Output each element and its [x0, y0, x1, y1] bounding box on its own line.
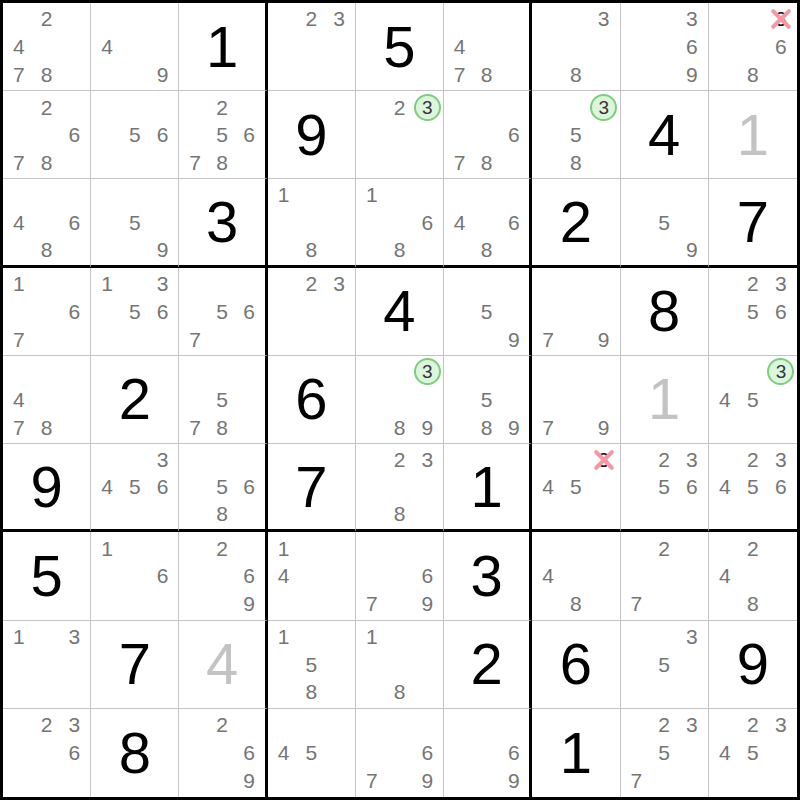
- candidate-digit: 5: [305, 654, 317, 675]
- candidate-position: 8: [209, 500, 236, 527]
- candidate-position: 7: [181, 413, 208, 441]
- cell-r8c2[interactable]: 7: [91, 621, 179, 709]
- candidate-position: 8: [209, 413, 236, 441]
- candidate-position: 5: [473, 386, 500, 414]
- cell-r3c7[interactable]: 2: [532, 179, 620, 267]
- cell-r3c1[interactable]: 468: [3, 179, 91, 267]
- candidate-position: 8: [562, 149, 590, 177]
- candidate-digit: 6: [421, 565, 433, 586]
- candidate-digit: 7: [542, 329, 554, 350]
- candidate-position: 5: [562, 473, 590, 500]
- given-digit: 7: [268, 444, 355, 529]
- candidate-digit: 2: [394, 97, 406, 118]
- candidate-position: 9: [590, 325, 618, 353]
- candidate-grid: 69: [446, 711, 527, 795]
- cell-r4c8[interactable]: 8: [621, 268, 709, 356]
- candidate-position: 3: [678, 711, 706, 739]
- cell-r5c8[interactable]: 1: [621, 356, 709, 444]
- candidate-digit: 5: [570, 124, 582, 145]
- candidate-digit: 8: [481, 239, 493, 260]
- candidate-digit: 6: [421, 212, 433, 233]
- candidate-position: 8: [33, 236, 61, 263]
- candidate-digit-highlighted-circle: 3: [414, 358, 441, 385]
- candidate-digit: 4: [278, 565, 290, 586]
- candidate-position: 6: [149, 562, 177, 590]
- candidate-position: 8: [739, 60, 767, 88]
- cell-r4c7[interactable]: 79: [532, 268, 620, 356]
- candidate-position: 6: [60, 297, 88, 325]
- cell-r6c5[interactable]: 238: [356, 444, 444, 532]
- candidate-position: 7: [623, 590, 651, 618]
- candidate-grid: 23: [270, 5, 353, 88]
- candidate-position: 8: [386, 500, 414, 527]
- candidate-position: 8: [739, 590, 767, 618]
- candidate-digit: 3: [686, 626, 698, 647]
- candidate-position: 6: [767, 297, 795, 325]
- candidate-position: 7: [534, 325, 562, 353]
- candidate-position: 4: [711, 562, 739, 590]
- candidate-digit: 8: [216, 503, 228, 524]
- candidate-position: 6: [413, 562, 441, 590]
- candidate-grid: 567: [181, 270, 262, 353]
- cell-r4c1[interactable]: 167: [3, 268, 91, 356]
- candidate-digit: 2: [216, 97, 228, 118]
- candidate-position: 2: [739, 270, 767, 298]
- cell-r3c6[interactable]: 468: [444, 179, 532, 267]
- candidate-position: 9: [500, 767, 527, 795]
- cell-r4c5[interactable]: 4: [356, 268, 444, 356]
- candidate-position: 6: [236, 473, 263, 500]
- candidate-digit: 7: [631, 770, 643, 791]
- cell-r3c3[interactable]: 3: [179, 179, 267, 267]
- candidate-position: 5: [739, 297, 767, 325]
- candidate-digit: 1: [366, 626, 378, 647]
- given-digit: 3: [444, 532, 529, 619]
- candidate-digit-eliminated-cross: 3: [775, 8, 787, 29]
- candidate-grid: 59: [623, 181, 706, 262]
- candidate-digit: 8: [481, 417, 493, 438]
- candidate-grid: 345: [534, 446, 617, 527]
- candidate-digit: 6: [157, 301, 169, 322]
- candidate-position: 3: [413, 446, 441, 473]
- cell-r9c1[interactable]: 236: [3, 709, 91, 797]
- candidate-digit: 1: [101, 538, 113, 559]
- candidate-position: 2: [297, 270, 325, 298]
- candidate-position: 8: [209, 149, 236, 177]
- candidate-position: 6: [678, 33, 706, 61]
- candidate-digit: 6: [69, 742, 81, 763]
- candidate-position: 2: [739, 534, 767, 562]
- cell-r2c2[interactable]: 56: [91, 91, 179, 179]
- cell-r5c7[interactable]: 79: [532, 356, 620, 444]
- candidate-position: 9: [413, 590, 441, 618]
- candidate-position: 3: [590, 93, 618, 121]
- candidate-position: 4: [446, 33, 473, 61]
- candidate-grid: 248: [711, 534, 795, 617]
- cell-r4c6[interactable]: 59: [444, 268, 532, 356]
- cell-r1c4[interactable]: 23: [268, 3, 356, 91]
- cell-r5c3[interactable]: 578: [179, 356, 267, 444]
- candidate-digit: 5: [129, 124, 141, 145]
- candidate-digit: 4: [542, 565, 554, 586]
- candidate-grid: 478: [5, 358, 88, 441]
- candidate-digit: 8: [394, 417, 406, 438]
- candidate-position: 5: [650, 739, 678, 767]
- candidate-position: 5: [297, 650, 325, 678]
- cell-r4c3[interactable]: 567: [179, 268, 267, 356]
- cell-r7c9[interactable]: 248: [709, 532, 797, 620]
- cell-r3c8[interactable]: 59: [621, 179, 709, 267]
- candidate-digit: 2: [747, 714, 759, 735]
- candidate-digit: 8: [305, 239, 317, 260]
- candidate-digit: 3: [775, 273, 787, 294]
- cell-r1c3[interactable]: 1: [179, 3, 267, 91]
- candidate-digit: 5: [216, 389, 228, 410]
- candidate-position: 1: [93, 534, 121, 562]
- candidate-position: 5: [121, 473, 149, 500]
- candidate-grid: 478: [446, 5, 527, 88]
- candidate-grid: 589: [446, 358, 527, 441]
- candidate-grid: 38: [534, 5, 617, 88]
- cell-r9c5[interactable]: 679: [356, 709, 444, 797]
- cell-r4c4[interactable]: 23: [268, 268, 356, 356]
- candidate-digit: 7: [454, 64, 466, 85]
- candidate-digit: 8: [481, 152, 493, 173]
- candidate-digit: 2: [216, 714, 228, 735]
- cell-r7c3[interactable]: 269: [179, 532, 267, 620]
- candidate-digit: 6: [508, 124, 520, 145]
- cell-r1c9[interactable]: 368: [709, 3, 797, 91]
- cell-r5c6[interactable]: 589: [444, 356, 532, 444]
- cell-r8c6[interactable]: 2: [444, 621, 532, 709]
- candidate-position: 7: [446, 149, 473, 177]
- candidate-digit: 8: [747, 593, 759, 614]
- cell-r1c6[interactable]: 478: [444, 3, 532, 91]
- candidate-position: 8: [386, 413, 414, 441]
- candidate-position: 2: [739, 446, 767, 473]
- candidate-position: 1: [270, 181, 298, 208]
- cell-r7c4[interactable]: 14: [268, 532, 356, 620]
- given-digit: 7: [709, 179, 797, 264]
- candidate-position: 6: [60, 739, 88, 767]
- cell-r8c9[interactable]: 9: [709, 621, 797, 709]
- given-digit: 8: [91, 709, 178, 797]
- candidate-digit: 8: [305, 681, 317, 702]
- given-digit: 5: [3, 532, 90, 619]
- candidate-position: 9: [500, 413, 527, 441]
- candidate-grid: 2356: [623, 446, 706, 527]
- candidate-position: 1: [358, 623, 386, 651]
- candidate-digit: 2: [658, 449, 670, 470]
- candidate-digit: 5: [658, 212, 670, 233]
- candidate-digit: 4: [13, 389, 25, 410]
- candidate-position: 2: [650, 534, 678, 562]
- cell-r8c3[interactable]: 4: [179, 621, 267, 709]
- candidate-position: 6: [236, 739, 263, 767]
- candidate-digit: 6: [686, 476, 698, 497]
- cell-r6c6[interactable]: 1: [444, 444, 532, 532]
- candidate-position: 8: [473, 236, 500, 263]
- candidate-digit: 2: [305, 8, 317, 29]
- cell-r2c3[interactable]: 25678: [179, 91, 267, 179]
- cell-r1c2[interactable]: 49: [91, 3, 179, 91]
- cell-r8c4[interactable]: 158: [268, 621, 356, 709]
- cell-r4c2[interactable]: 1356: [91, 268, 179, 356]
- cell-r1c8[interactable]: 369: [621, 3, 709, 91]
- cell-r1c5[interactable]: 5: [356, 3, 444, 91]
- candidate-digit: 9: [686, 239, 698, 260]
- candidate-position: 4: [93, 473, 121, 500]
- candidate-digit: 3: [686, 714, 698, 735]
- candidate-digit: 2: [394, 449, 406, 470]
- candidate-digit-highlighted-circle: 3: [590, 94, 617, 121]
- candidate-digit: 8: [570, 593, 582, 614]
- cell-r6c1[interactable]: 9: [3, 444, 91, 532]
- candidate-digit: 4: [13, 36, 25, 57]
- candidate-digit: 5: [747, 389, 759, 410]
- candidate-grid: 48: [534, 534, 617, 617]
- candidate-position: 6: [149, 297, 177, 325]
- candidate-digit: 2: [658, 538, 670, 559]
- cell-r2c6[interactable]: 678: [444, 91, 532, 179]
- candidate-position: 6: [236, 121, 263, 149]
- candidate-position: 7: [534, 413, 562, 441]
- cell-r7c7[interactable]: 48: [532, 532, 620, 620]
- candidate-grid: 168: [358, 181, 441, 262]
- cell-r8c1[interactable]: 13: [3, 621, 91, 709]
- candidate-position: 9: [236, 590, 263, 618]
- candidate-position: 4: [534, 562, 562, 590]
- candidate-digit: 9: [421, 770, 433, 791]
- candidate-digit: 4: [454, 212, 466, 233]
- candidate-digit: 4: [719, 476, 731, 497]
- candidate-position: 2: [650, 711, 678, 739]
- candidate-position: 7: [5, 325, 33, 353]
- cell-r9c3[interactable]: 269: [179, 709, 267, 797]
- candidate-position: 7: [358, 767, 386, 795]
- candidate-position: 3: [60, 711, 88, 739]
- candidate-grid: 238: [358, 446, 441, 527]
- candidate-digit: 9: [508, 329, 520, 350]
- cell-r3c4[interactable]: 18: [268, 179, 356, 267]
- candidate-position: 3: [149, 270, 177, 298]
- candidate-digit: 7: [542, 417, 554, 438]
- cell-r1c7[interactable]: 38: [532, 3, 620, 91]
- candidate-position: 9: [678, 236, 706, 263]
- cell-r6c9[interactable]: 23456: [709, 444, 797, 532]
- cell-r7c2[interactable]: 16: [91, 532, 179, 620]
- candidate-position: 6: [236, 297, 263, 325]
- candidate-digit: 5: [481, 301, 493, 322]
- cell-r2c9[interactable]: 1: [709, 91, 797, 179]
- candidate-position: 9: [590, 413, 618, 441]
- candidate-position: 5: [121, 297, 149, 325]
- cell-r5c5[interactable]: 389: [356, 356, 444, 444]
- candidate-position: 6: [500, 121, 527, 149]
- candidate-digit: 5: [747, 476, 759, 497]
- candidate-position: 5: [209, 121, 236, 149]
- cell-r1c1[interactable]: 2478: [3, 3, 91, 91]
- cell-r5c4[interactable]: 6: [268, 356, 356, 444]
- cell-r5c2[interactable]: 2: [91, 356, 179, 444]
- candidate-position: 7: [181, 325, 208, 353]
- candidate-grid: 269: [181, 711, 262, 795]
- candidate-digit: 7: [189, 417, 201, 438]
- candidate-digit: 5: [658, 742, 670, 763]
- candidate-digit: 7: [189, 329, 201, 350]
- cell-r9c9[interactable]: 2345: [709, 709, 797, 797]
- candidate-digit: 6: [508, 212, 520, 233]
- candidate-position: 3: [325, 270, 353, 298]
- candidate-digit: 8: [570, 152, 582, 173]
- candidate-position: 3: [413, 93, 441, 121]
- candidate-position: 6: [149, 473, 177, 500]
- cell-r7c1[interactable]: 5: [3, 532, 91, 620]
- candidate-position: 6: [767, 473, 795, 500]
- cell-r7c5[interactable]: 679: [356, 532, 444, 620]
- candidate-grid: 79: [534, 358, 617, 441]
- candidate-digit: 9: [598, 417, 610, 438]
- candidate-grid: 23456: [711, 446, 795, 527]
- cell-r5c9[interactable]: 345: [709, 356, 797, 444]
- candidate-digit: 8: [216, 152, 228, 173]
- candidate-digit: 6: [243, 301, 255, 322]
- cell-r6c8[interactable]: 2356: [621, 444, 709, 532]
- candidate-position: 8: [386, 678, 414, 706]
- candidate-position: 3: [60, 623, 88, 651]
- cell-r3c2[interactable]: 59: [91, 179, 179, 267]
- cell-r2c4[interactable]: 9: [268, 91, 356, 179]
- cell-r6c2[interactable]: 3456: [91, 444, 179, 532]
- cell-r7c6[interactable]: 3: [444, 532, 532, 620]
- candidate-digit: 3: [775, 714, 787, 735]
- candidate-digit: 3: [421, 449, 433, 470]
- cell-r5c1[interactable]: 478: [3, 356, 91, 444]
- candidate-position: 4: [270, 562, 298, 590]
- candidate-grid: 16: [93, 534, 176, 617]
- cell-r8c8[interactable]: 35: [621, 621, 709, 709]
- candidate-digit: 4: [542, 476, 554, 497]
- cell-r6c3[interactable]: 568: [179, 444, 267, 532]
- candidate-position: 5: [209, 297, 236, 325]
- given-digit: 7: [91, 621, 178, 708]
- cell-r9c7[interactable]: 1: [532, 709, 620, 797]
- candidate-position: 4: [93, 33, 121, 61]
- candidate-grid: 59: [93, 181, 176, 262]
- candidate-position: 9: [413, 413, 441, 441]
- candidate-digit: 6: [508, 742, 520, 763]
- candidate-position: 6: [767, 33, 795, 61]
- candidate-grid: 79: [534, 270, 617, 353]
- candidate-position: 6: [149, 121, 177, 149]
- candidate-grid: 45: [270, 711, 353, 795]
- candidate-digit: 9: [421, 593, 433, 614]
- candidate-digit: 8: [216, 417, 228, 438]
- cell-r3c5[interactable]: 168: [356, 179, 444, 267]
- candidate-digit: 2: [747, 273, 759, 294]
- candidate-grid: 59: [446, 270, 527, 353]
- candidate-grid: 13: [5, 623, 88, 706]
- candidate-position: 2: [209, 711, 236, 739]
- given-digit: 2: [444, 621, 529, 708]
- candidate-position: 4: [446, 209, 473, 236]
- candidate-digit: 3: [69, 714, 81, 735]
- cell-r9c6[interactable]: 69: [444, 709, 532, 797]
- candidate-digit: 7: [13, 417, 25, 438]
- candidate-digit: 8: [481, 64, 493, 85]
- candidate-position: 3: [767, 711, 795, 739]
- candidate-position: 6: [500, 209, 527, 236]
- candidate-digit: 5: [570, 476, 582, 497]
- candidate-position: 8: [33, 413, 61, 441]
- candidate-digit: 6: [157, 124, 169, 145]
- candidate-position: 8: [386, 236, 414, 263]
- cell-r2c7[interactable]: 358: [532, 91, 620, 179]
- candidate-digit: 3: [157, 449, 169, 470]
- candidate-position: 7: [5, 149, 33, 177]
- candidate-digit: 4: [719, 389, 731, 410]
- cell-r2c1[interactable]: 2678: [3, 91, 91, 179]
- cell-r7c8[interactable]: 27: [621, 532, 709, 620]
- sudoku-board: 2478491235478383693682678562567892367835…: [0, 0, 800, 800]
- candidate-position: 6: [236, 562, 263, 590]
- candidate-position: 6: [678, 473, 706, 500]
- cell-r9c4[interactable]: 45: [268, 709, 356, 797]
- candidate-digit: 8: [570, 64, 582, 85]
- candidate-digit: 3: [598, 8, 610, 29]
- candidate-position: 4: [711, 473, 739, 500]
- cell-r4c9[interactable]: 2356: [709, 268, 797, 356]
- candidate-position: 6: [413, 739, 441, 767]
- candidate-digit: 8: [394, 239, 406, 260]
- candidate-position: 3: [767, 358, 795, 386]
- given-digit: 9: [268, 91, 355, 178]
- cell-r8c7[interactable]: 6: [532, 621, 620, 709]
- candidate-position: 1: [93, 270, 121, 298]
- candidate-grid: 158: [270, 623, 353, 706]
- candidate-position: 5: [739, 386, 767, 414]
- cell-r9c8[interactable]: 2357: [621, 709, 709, 797]
- candidate-position: 5: [297, 739, 325, 767]
- candidate-grid: 167: [5, 270, 88, 353]
- candidate-position: 3: [767, 446, 795, 473]
- candidate-digit: 6: [775, 36, 787, 57]
- candidate-digit: 1: [278, 184, 290, 205]
- cell-r3c9[interactable]: 7: [709, 179, 797, 267]
- candidate-digit: 8: [394, 503, 406, 524]
- candidate-digit: 6: [775, 476, 787, 497]
- cell-r8c5[interactable]: 18: [356, 621, 444, 709]
- candidate-position: 6: [413, 209, 441, 236]
- candidate-digit: 1: [101, 273, 113, 294]
- candidate-position: 2: [209, 93, 236, 121]
- candidate-digit: 6: [243, 124, 255, 145]
- candidate-grid: 679: [358, 534, 441, 617]
- candidate-grid: 468: [5, 181, 88, 262]
- candidate-digit: 3: [333, 8, 345, 29]
- candidate-position: 5: [650, 473, 678, 500]
- given-digit: 9: [3, 444, 90, 529]
- cell-r9c2[interactable]: 8: [91, 709, 179, 797]
- cell-r2c5[interactable]: 23: [356, 91, 444, 179]
- candidate-grid: 369: [623, 5, 706, 88]
- cell-r6c7[interactable]: 345: [532, 444, 620, 532]
- candidate-position: 3: [590, 446, 618, 473]
- candidate-digit: 6: [775, 301, 787, 322]
- candidate-position: 4: [5, 386, 33, 414]
- cell-r2c8[interactable]: 4: [621, 91, 709, 179]
- cell-r6c4[interactable]: 7: [268, 444, 356, 532]
